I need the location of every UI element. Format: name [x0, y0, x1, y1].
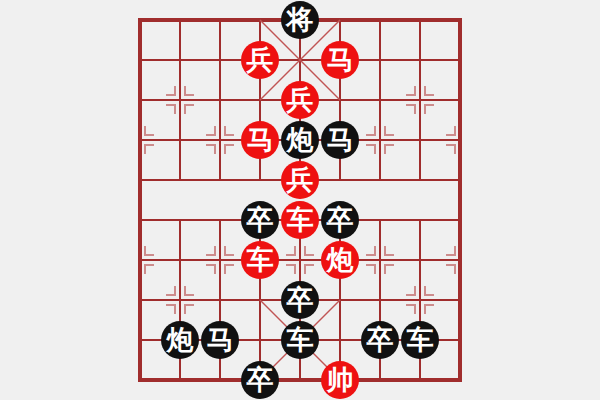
piece-black-soldier[interactable]: 卒	[361, 321, 399, 359]
piece-black-cannon[interactable]: 炮	[161, 321, 199, 359]
piece-black-horse[interactable]: 马	[201, 321, 239, 359]
piece-black-soldier[interactable]: 卒	[241, 361, 279, 399]
piece-red-chariot[interactable]: 车	[241, 241, 279, 279]
piece-black-soldier[interactable]: 卒	[321, 201, 359, 239]
piece-red-horse[interactable]: 马	[321, 41, 359, 79]
piece-red-general[interactable]: 帅	[321, 361, 359, 399]
piece-red-cannon[interactable]: 炮	[321, 241, 359, 279]
piece-black-horse[interactable]: 马	[321, 121, 359, 159]
piece-black-chariot[interactable]: 车	[401, 321, 439, 359]
piece-grid: 将兵马兵马炮马兵卒车卒车炮卒炮马车卒车卒帅	[120, 0, 480, 400]
piece-black-cannon[interactable]: 炮	[281, 121, 319, 159]
piece-black-soldier[interactable]: 卒	[281, 281, 319, 319]
piece-red-pawn[interactable]: 兵	[281, 81, 319, 119]
piece-black-general[interactable]: 将	[281, 1, 319, 39]
piece-red-chariot[interactable]: 车	[281, 201, 319, 239]
piece-black-chariot[interactable]: 车	[281, 321, 319, 359]
piece-red-horse[interactable]: 马	[241, 121, 279, 159]
xiangqi-diagram: 将兵马兵马炮马兵卒车卒车炮卒炮马车卒车卒帅	[0, 0, 600, 400]
piece-red-pawn[interactable]: 兵	[281, 161, 319, 199]
piece-black-soldier[interactable]: 卒	[241, 201, 279, 239]
piece-red-pawn[interactable]: 兵	[241, 41, 279, 79]
